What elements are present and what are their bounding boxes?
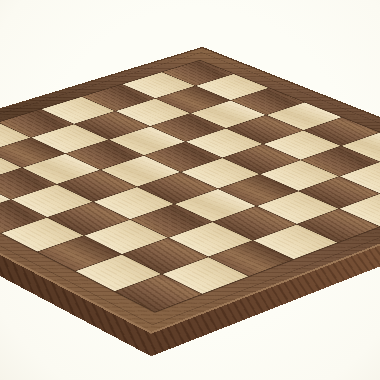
chess-board — [0, 0, 380, 380]
product-photo — [0, 0, 380, 380]
